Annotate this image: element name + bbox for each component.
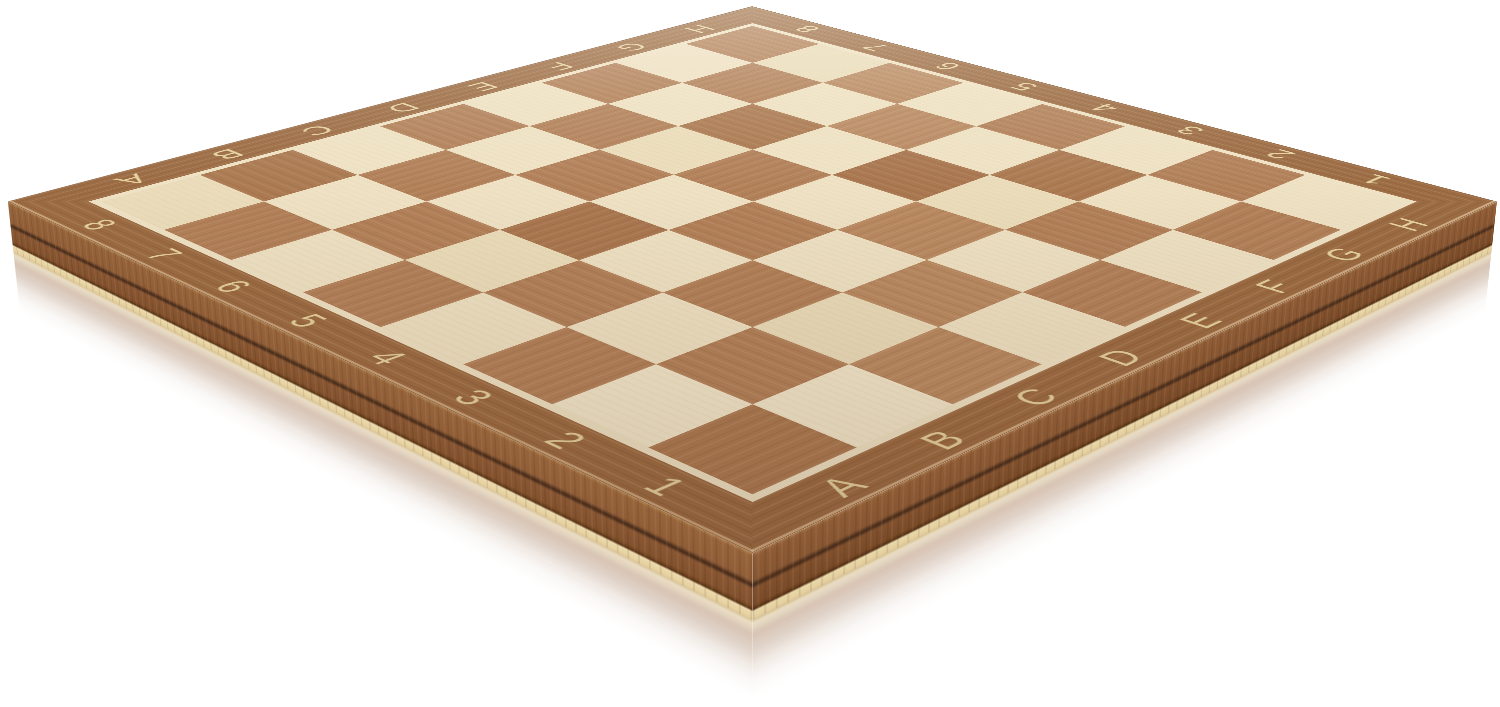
rank-label-8-left: 8 [74, 217, 125, 233]
square-e2 [926, 230, 1100, 293]
square-b5 [405, 230, 579, 293]
file-label-g-near: G [1315, 245, 1373, 265]
square-d2 [842, 260, 1022, 327]
file-label-c-near: C [1004, 385, 1068, 411]
square-a2 [552, 364, 752, 447]
square-e1 [1022, 260, 1202, 327]
square-a6 [231, 230, 405, 293]
file-label-d-near: D [1091, 346, 1153, 370]
board-top-face: AABBCCDDEEFFGGHH1122334455667788 [8, 6, 1497, 553]
square-d4 [668, 202, 836, 261]
file-label-h-near: H [1382, 216, 1437, 234]
square-f1 [1100, 230, 1274, 293]
square-a1 [648, 404, 856, 494]
square-d3 [753, 230, 927, 293]
square-a4 [380, 292, 566, 364]
file-label-a-near: A [810, 472, 876, 501]
rank-label-5-left: 5 [280, 311, 335, 331]
square-e3 [837, 202, 1005, 261]
product-photo-stage: AABBCCDDEEFFGGHH1122334455667788 [0, 0, 1500, 707]
square-c3 [663, 260, 843, 327]
square-a7 [164, 202, 332, 261]
square-b4 [483, 260, 663, 327]
file-label-e-near: E [1172, 310, 1230, 332]
square-a3 [463, 327, 656, 404]
file-label-b-near: B [911, 427, 975, 454]
rank-label-3-left: 3 [444, 386, 502, 409]
rank-label-6-left: 6 [206, 277, 260, 296]
square-g1 [1173, 202, 1341, 261]
square-c5 [500, 202, 668, 261]
square-b2 [656, 327, 849, 404]
square-c2 [753, 292, 939, 364]
rank-label-4-left: 4 [359, 347, 416, 369]
file-label-f-near: F [1248, 277, 1303, 296]
square-b1 [753, 364, 953, 447]
square-b3 [566, 292, 752, 364]
square-c4 [579, 230, 753, 293]
square-f2 [1005, 202, 1173, 261]
rank-label-2-left: 2 [535, 428, 595, 453]
square-d1 [939, 292, 1125, 364]
chessboard: AABBCCDDEEFFGGHH1122334455667788 [8, 6, 1497, 553]
rank-label-7-left: 7 [138, 246, 190, 264]
square-b6 [332, 202, 500, 261]
square-a5 [303, 260, 483, 327]
rank-label-1-left: 1 [635, 473, 697, 500]
square-c1 [849, 327, 1042, 404]
